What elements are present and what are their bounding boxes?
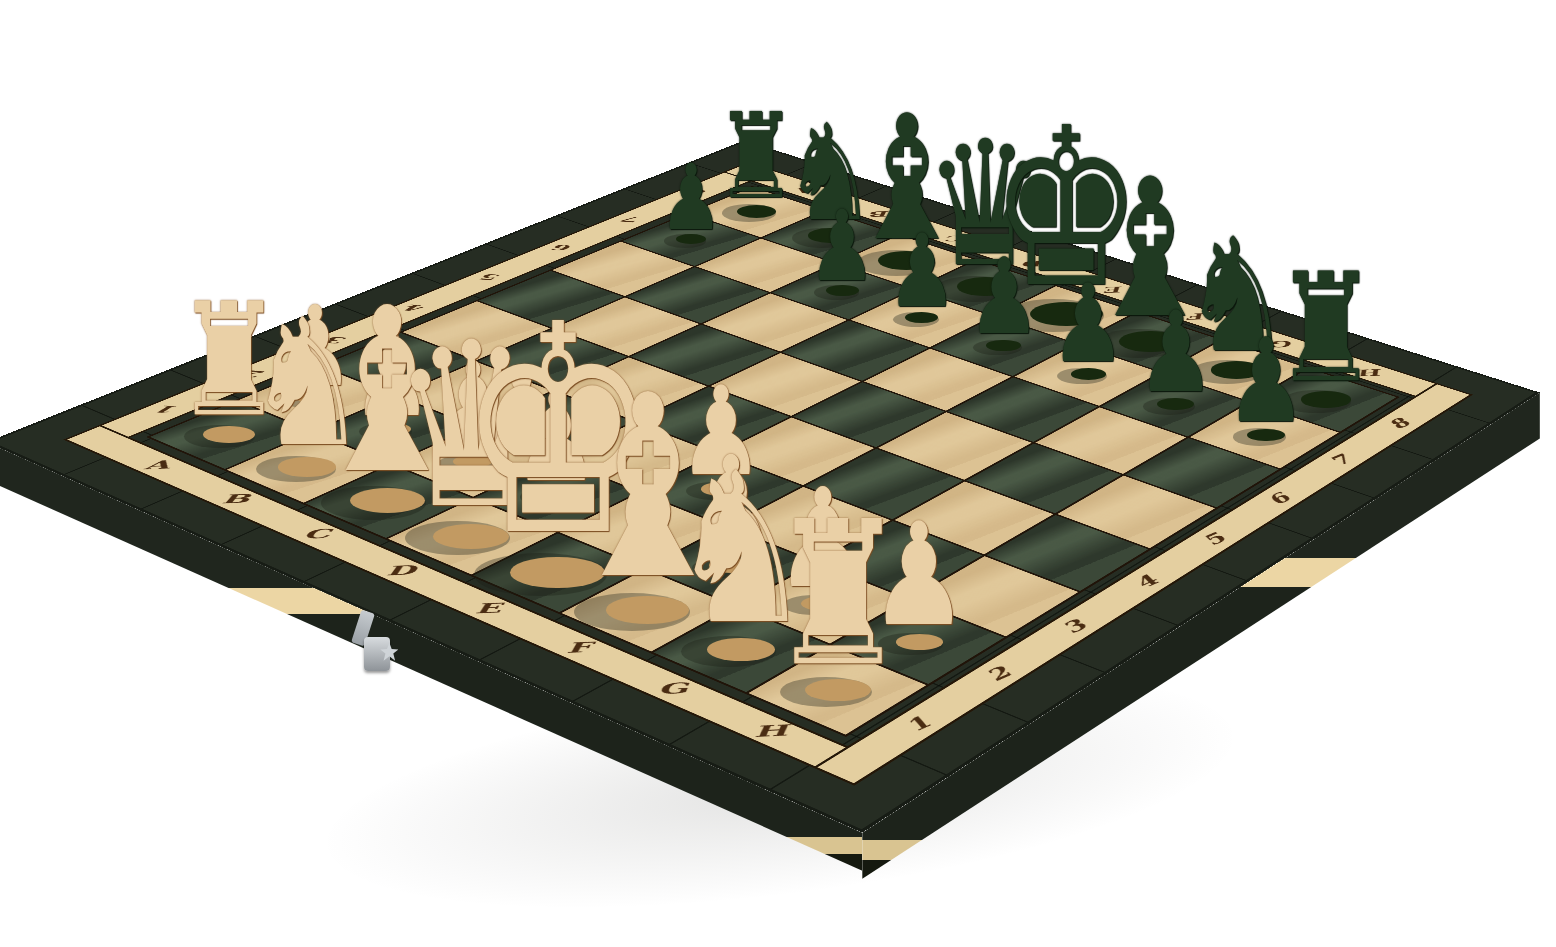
chess-set-product-photo: AA11BB22CC33DD44EE55FF66GG77HH88 ♜♞♟♝♛♟♚… [0,0,1556,947]
file-label-front-C: C [296,526,337,542]
file-label-front-B: B [215,491,256,506]
rank-label-back-left-7: 7 [614,213,651,225]
pawn-glyph: ♟ [886,221,957,322]
pawn-glyph: ♟ [1226,323,1307,439]
file-label-front-F: F [557,638,599,656]
rook-glyph: ♜ [768,495,907,694]
file-label-front-H: H [748,721,793,741]
pawn-glyph: ♟ [808,197,877,295]
pawn-glyph: ♟ [1051,270,1127,378]
pawn-glyph: ♟ [1137,296,1215,408]
file-label-front-G: G [651,679,694,698]
file-label-front-A: A [136,457,177,472]
pawn-glyph: ♟ [967,245,1040,350]
file-label-front-D: D [380,562,421,579]
file-label-front-E: E [467,599,508,616]
pawn-glyph: ♟ [659,152,723,243]
rank-label-back-left-6: 6 [545,241,583,253]
